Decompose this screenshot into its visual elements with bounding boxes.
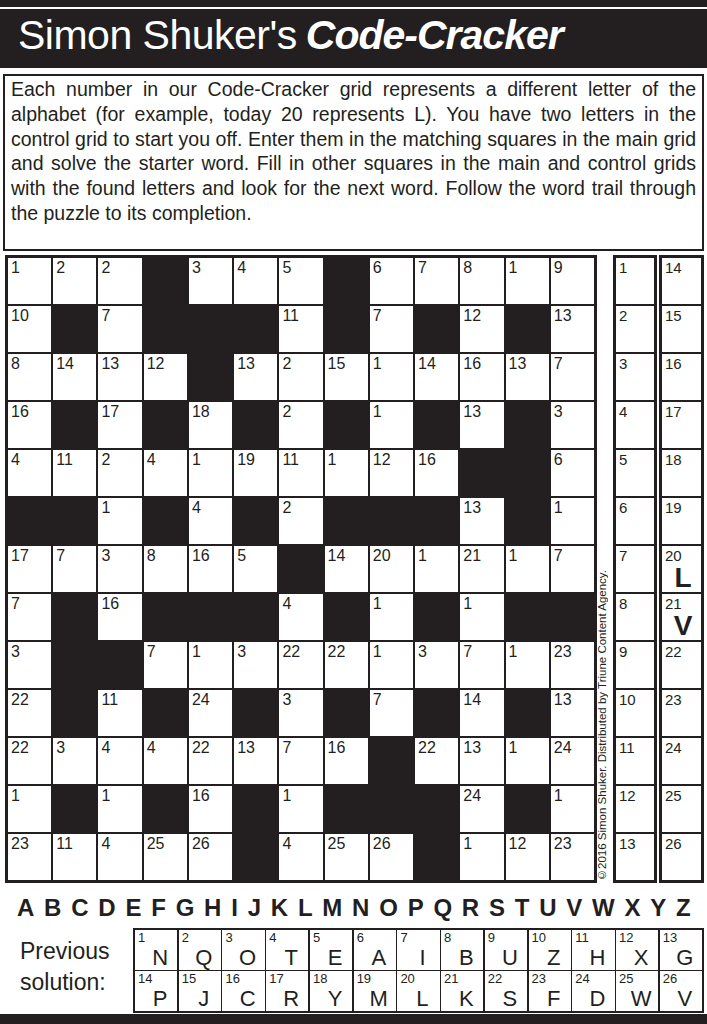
main-grid-cell-r3-c2[interactable]: 14 [53,354,96,400]
main-grid-cell-r10-c4 [144,690,187,736]
main-grid-cell-r8-c9[interactable]: 1 [370,594,413,640]
main-grid-cell-r12-c9 [370,786,413,832]
main-grid-cell-r2-c11[interactable]: 12 [460,306,503,352]
cell-number: 11 [282,450,299,469]
main-grid-cell-r10-c9[interactable]: 7 [370,690,413,736]
cell-number: 8 [11,354,20,373]
main-grid-cell-r3-c12[interactable]: 13 [506,354,549,400]
cell-number: 11 [56,450,73,469]
cell-number: 2 [182,930,189,945]
main-grid-cell-r4-c13[interactable]: 3 [551,402,594,448]
alphabet-letter-B: B [44,894,61,922]
cell-number: 19 [237,450,255,469]
main-grid-cell-r7-c8[interactable]: 14 [325,546,368,592]
cell-number: 15 [182,971,196,986]
cell-number: 1 [373,354,382,373]
main-grid-cell-r3-c11[interactable]: 16 [460,354,503,400]
cell-number: 13 [509,354,527,373]
main-grid-cell-r3-c1[interactable]: 8 [8,354,51,400]
previous-solution-label-line1: Previous [20,936,109,967]
main-grid-cell-r10-c1[interactable]: 22 [8,690,51,736]
cell-number: 17 [665,402,682,421]
cell-number: 22 [328,642,346,661]
control-grid-14-26: 14151617181920L21V2223242526 [659,255,704,883]
main-grid-cell-r1-c12[interactable]: 1 [506,258,549,304]
cell-number: 7 [11,594,20,613]
title-name: Code-Cracker [306,12,563,58]
cell-number: 7 [554,354,563,373]
control-cell-5[interactable]: 5 [616,450,654,496]
main-grid-cell-r9-c11[interactable]: 7 [460,642,503,688]
cell-number: 3 [418,642,427,661]
control-cell-12[interactable]: 12 [616,786,654,832]
previous-solution-cell-9: 9U [485,930,527,970]
main-grid-cell-r13-c4[interactable]: 25 [144,834,187,880]
main-grid-cell-r5-c5[interactable]: 1 [189,450,232,496]
cell-number: 1 [373,642,382,661]
main-grid-cell-r10-c7[interactable]: 3 [279,690,322,736]
main-grid-cell-r8-c1[interactable]: 7 [8,594,51,640]
previous-solution-grid: 1N2Q3O4T5E6A7I8B9U10Z11H12X13G14P15J16C1… [133,928,704,1013]
main-grid-cell-r11-c6[interactable]: 13 [234,738,277,784]
main-grid-cell-r7-c5[interactable]: 16 [189,546,232,592]
main-grid-cell-r2-c1[interactable]: 10 [8,306,51,352]
main-grid-cell-r9-c7[interactable]: 22 [279,642,322,688]
cell-number: 7 [463,642,472,661]
main-grid-cell-r6-c6 [234,498,277,544]
control-cell-1[interactable]: 1 [616,258,654,304]
main-grid-cell-r5-c4[interactable]: 4 [144,450,187,496]
main-grid-cell-r13-c7[interactable]: 4 [279,834,322,880]
cell-number: 11 [282,306,299,325]
main-grid-cell-r6-c5[interactable]: 4 [189,498,232,544]
control-cell-10[interactable]: 10 [616,690,654,736]
main-grid-cell-r12-c12 [506,786,549,832]
cell-number: 5 [313,930,320,945]
control-cell-3[interactable]: 3 [616,354,654,400]
main-grid-cell-r11-c7[interactable]: 7 [279,738,322,784]
main-grid-cell-r12-c13[interactable]: 1 [551,786,594,832]
main-grid-cell-r6-c7[interactable]: 2 [279,498,322,544]
main-grid-cell-r9-c4[interactable]: 7 [144,642,187,688]
control-cell-4[interactable]: 4 [616,402,654,448]
main-grid-cell-r10-c5[interactable]: 24 [189,690,232,736]
cell-number: 4 [282,834,291,853]
cell-number: 1 [463,594,472,613]
main-grid-cell-r1-c11[interactable]: 8 [460,258,503,304]
cell-number: 3 [192,258,201,277]
main-grid-cell-r5-c10[interactable]: 16 [415,450,458,496]
cell-number: 11 [101,690,118,709]
solution-letter-3: O [222,946,264,970]
main-grid-cell-r9-c6[interactable]: 3 [234,642,277,688]
main-grid-cell-r12-c11[interactable]: 24 [460,786,503,832]
solution-letter-10: Z [529,946,571,970]
main-grid-cell-r10-c2 [53,690,96,736]
main-grid-cell-r9-c10[interactable]: 3 [415,642,458,688]
main-grid-cell-r7-c10[interactable]: 1 [415,546,458,592]
control-cell-18[interactable]: 18 [662,450,701,496]
main-grid-cell-r1-c2[interactable]: 2 [53,258,96,304]
main-grid-cell-r6-c2 [53,498,96,544]
control-cell-14[interactable]: 14 [662,258,701,304]
main-grid-cell-r10-c3[interactable]: 11 [98,690,141,736]
main-grid-cell-r3-c8[interactable]: 15 [325,354,368,400]
main-grid-cell-r6-c4 [144,498,187,544]
alphabet-letter-W: W [592,894,615,922]
main-grid-cell-r9-c2 [53,642,96,688]
main-grid-cell-r10-c11[interactable]: 14 [460,690,503,736]
previous-solution-cell-6: 6A [354,930,396,970]
main-grid-cell-r7-c13[interactable]: 7 [551,546,594,592]
cell-number: 3 [56,738,65,757]
main-grid-cell-r9-c13[interactable]: 23 [551,642,594,688]
main-grid-cell-r3-c7[interactable]: 2 [279,354,322,400]
main-grid-cell-r7-c7 [279,546,322,592]
main-grid-cell-r7-c1[interactable]: 17 [8,546,51,592]
main-grid-cell-r1-c7[interactable]: 5 [279,258,322,304]
cell-number: 25 [619,971,633,986]
main-grid-cell-r12-c1[interactable]: 1 [8,786,51,832]
main-grid-cell-r9-c12[interactable]: 1 [506,642,549,688]
main-grid-cell-r1-c9[interactable]: 6 [370,258,413,304]
solution-letter-5: E [310,946,352,970]
control-cell-11[interactable]: 11 [616,738,654,784]
cell-number: 13 [101,354,119,373]
main-grid-cell-r8-c5 [189,594,232,640]
cell-number: 7 [56,546,65,565]
previous-solution-cell-3: 3O [222,930,264,970]
main-grid-cell-r2-c13[interactable]: 13 [551,306,594,352]
cell-number: 13 [463,402,481,421]
main-grid-cell-r5-c3[interactable]: 2 [98,450,141,496]
previous-solution-cell-1: 1N [135,930,177,970]
main-grid-cell-r9-c5[interactable]: 1 [189,642,232,688]
main-grid-cell-r11-c9 [370,738,413,784]
copyright-text: ©2016 Simon Shuker. Distributed by Triun… [596,255,612,881]
previous-solution-cell-2: 2Q [179,930,221,970]
solution-letter-25: W [616,987,658,1011]
main-grid-cell-r13-c12[interactable]: 12 [506,834,549,880]
cell-number: 22 [665,642,682,661]
main-grid-cell-r3-c9[interactable]: 1 [370,354,413,400]
main-grid-cell-r2-c9[interactable]: 7 [370,306,413,352]
control-cell-24[interactable]: 24 [662,738,701,784]
main-grid-cell-r11-c8[interactable]: 16 [325,738,368,784]
control-cell-8[interactable]: 8 [616,594,654,640]
cell-number: 5 [237,546,246,565]
cell-number: 4 [147,450,156,469]
solution-letter-23: F [529,987,571,1011]
main-grid-cell-r4-c2 [53,402,96,448]
cell-number: 16 [418,450,436,469]
main-grid-cell-r3-c4[interactable]: 12 [144,354,187,400]
control-cell-17[interactable]: 17 [662,402,701,448]
alphabet-letter-D: D [98,894,115,922]
cell-number: 6 [373,258,382,277]
main-grid-cell-r6-c11[interactable]: 13 [460,498,503,544]
main-grid-cell-r2-c8 [325,306,368,352]
main-grid-cell-r11-c3[interactable]: 4 [98,738,141,784]
solution-letter-15: J [179,987,221,1011]
main-grid-cell-r2-c3[interactable]: 7 [98,306,141,352]
main-grid-cell-r12-c7[interactable]: 1 [279,786,322,832]
control-cell-21[interactable]: 21V [662,594,701,640]
main-grid-cell-r4-c5[interactable]: 18 [189,402,232,448]
main-grid-cell-r2-c12 [506,306,549,352]
cell-number: 24 [575,971,589,986]
cell-number: 16 [11,402,29,421]
main-grid-cell-r12-c5[interactable]: 16 [189,786,232,832]
solution-letter-9: U [485,946,527,970]
previous-solution-cell-18: 18Y [310,971,352,1011]
main-grid-cell-r9-c9[interactable]: 1 [370,642,413,688]
solution-letter-12: X [616,946,658,970]
main-grid-cell-r5-c8[interactable]: 1 [325,450,368,496]
solution-letter-1: N [135,946,177,970]
main-grid-cell-r8-c4 [144,594,187,640]
previous-solution-cell-12: 12X [616,930,658,970]
previous-solution-label: Previous solution: [20,936,109,998]
main-grid-cell-r3-c6[interactable]: 13 [234,354,277,400]
main-grid-cell-r10-c6 [234,690,277,736]
control-cell-22[interactable]: 22 [662,642,701,688]
main-grid-cell-r7-c12[interactable]: 1 [506,546,549,592]
main-grid-cell-r13-c13[interactable]: 23 [551,834,594,880]
cell-number: 23 [554,642,572,661]
main-grid-cell-r8-c3[interactable]: 16 [98,594,141,640]
cell-number: 22 [192,738,210,757]
cell-number: 4 [192,498,201,517]
cell-number: 9 [554,258,563,277]
main-grid-cell-r12-c3[interactable]: 1 [98,786,141,832]
main-grid-cell-r4-c3[interactable]: 17 [98,402,141,448]
cell-number: 1 [418,546,427,565]
previous-solution-cell-20: 20L [397,971,439,1011]
cell-number: 25 [328,834,346,853]
cell-number: 26 [665,834,682,853]
main-grid-cell-r8-c11[interactable]: 1 [460,594,503,640]
main-grid-cell-r7-c4[interactable]: 8 [144,546,187,592]
cell-number: 23 [11,834,29,853]
cell-number: 20 [373,546,391,565]
main-grid-cell-r13-c5[interactable]: 26 [189,834,232,880]
cell-number: 11 [575,930,589,945]
main-grid-cell-r1-c3[interactable]: 2 [98,258,141,304]
main-grid-cell-r5-c11 [460,450,503,496]
cell-number: 23 [554,834,572,853]
cell-number: 1 [138,930,145,945]
main-grid-cell-r9-c3 [98,642,141,688]
cell-number: 13 [554,690,572,709]
cell-number: 22 [11,738,29,757]
alphabet-letter-Q: Q [433,894,452,922]
main-grid-cell-r12-c4 [144,786,187,832]
main-grid-cell-r13-c3[interactable]: 4 [98,834,141,880]
cell-number: 2 [282,402,291,421]
main-grid: 1223456781910711712138141312132151141613… [5,255,597,883]
previous-solution-cell-8: 8B [441,930,483,970]
main-grid-cell-r8-c8 [325,594,368,640]
main-grid-cell-r11-c4[interactable]: 4 [144,738,187,784]
control-cell-20[interactable]: 20L [662,546,701,592]
solution-letter-6: A [354,946,396,970]
solution-letter-7: I [397,946,439,970]
control-cell-25[interactable]: 25 [662,786,701,832]
control-cell-6[interactable]: 6 [616,498,654,544]
control-cell-19[interactable]: 19 [662,498,701,544]
main-grid-cell-r5-c7[interactable]: 11 [279,450,322,496]
main-grid-cell-r7-c9[interactable]: 20 [370,546,413,592]
main-grid-cell-r10-c13[interactable]: 13 [551,690,594,736]
cell-number: 4 [147,738,156,757]
main-grid-cell-r4-c8 [325,402,368,448]
cell-number: 17 [11,546,29,565]
main-grid-cell-r7-c3[interactable]: 3 [98,546,141,592]
main-grid-cell-r9-c8[interactable]: 22 [325,642,368,688]
main-grid-cell-r3-c3[interactable]: 13 [98,354,141,400]
cell-number: 14 [56,354,74,373]
main-grid-cell-r13-c11[interactable]: 1 [460,834,503,880]
main-grid-cell-r8-c13 [551,594,594,640]
main-grid-cell-r11-c11[interactable]: 13 [460,738,503,784]
main-grid-cell-r13-c1[interactable]: 23 [8,834,51,880]
main-grid-cell-r2-c4 [144,306,187,352]
cell-number: 14 [665,258,682,277]
main-grid-cell-r8-c7[interactable]: 4 [279,594,322,640]
cell-number: 22 [418,738,436,757]
cell-number: 23 [665,690,682,709]
main-grid-cell-r11-c10[interactable]: 22 [415,738,458,784]
cell-number: 1 [509,258,518,277]
control-cell-15[interactable]: 15 [662,306,701,352]
alphabet-letter-E: E [125,894,141,922]
main-grid-cell-r9-c1[interactable]: 3 [8,642,51,688]
main-grid-cell-r12-c2 [53,786,96,832]
cell-number: 1 [509,642,518,661]
previous-solution-cell-4: 4T [266,930,308,970]
main-grid-cell-r7-c2[interactable]: 7 [53,546,96,592]
main-grid-cell-r13-c9[interactable]: 26 [370,834,413,880]
main-grid-cell-r13-c2[interactable]: 11 [53,834,96,880]
previous-solution-cell-21: 21K [441,971,483,1011]
main-grid-cell-r4-c6 [234,402,277,448]
main-grid-cell-r6-c3[interactable]: 1 [98,498,141,544]
control-cell-23[interactable]: 23 [662,690,701,736]
previous-solution-cell-24: 24D [572,971,614,1011]
previous-solution-cell-15: 15J [179,971,221,1011]
solution-letter-8: B [441,946,483,970]
main-grid-cell-r12-c10 [415,786,458,832]
control-cell-9[interactable]: 9 [616,642,654,688]
main-grid-cell-r7-c6[interactable]: 5 [234,546,277,592]
banner-hairline [0,7,707,9]
control-cell-16[interactable]: 16 [662,354,701,400]
main-grid-cell-r5-c6[interactable]: 19 [234,450,277,496]
solution-letter-17: R [266,987,308,1011]
cell-number: 11 [56,834,73,853]
previous-solution-cell-11: 11H [572,930,614,970]
cell-number: 9 [488,930,495,945]
main-grid-cell-r3-c13[interactable]: 7 [551,354,594,400]
main-grid-cell-r2-c7[interactable]: 11 [279,306,322,352]
previous-solution-cell-16: 16C [222,971,264,1011]
main-grid-cell-r1-c13[interactable]: 9 [551,258,594,304]
main-grid-cell-r11-c13[interactable]: 24 [551,738,594,784]
alphabet-letter-L: L [298,894,313,922]
main-grid-cell-r11-c5[interactable]: 22 [189,738,232,784]
cell-number: 2 [282,498,291,517]
cell-number: 20 [400,971,414,986]
cell-number: 25 [147,834,165,853]
main-grid-cell-r11-c12[interactable]: 1 [506,738,549,784]
main-grid-cell-r1-c6[interactable]: 4 [234,258,277,304]
main-grid-cell-r1-c10[interactable]: 7 [415,258,458,304]
cell-number: 16 [192,786,210,805]
main-grid-cell-r1-c5[interactable]: 3 [189,258,232,304]
main-grid-cell-r4-c11[interactable]: 13 [460,402,503,448]
main-grid-cell-r4-c10 [415,402,458,448]
control-cell-26[interactable]: 26 [662,834,701,880]
control-letter-20: L [662,564,701,592]
cell-number: 21 [463,546,481,565]
main-grid-cell-r1-c1[interactable]: 1 [8,258,51,304]
cell-number: 21 [444,971,458,986]
main-grid-cell-r5-c2[interactable]: 11 [53,450,96,496]
cell-number: 1 [554,786,563,805]
cell-number: 10 [532,930,546,945]
cell-number: 1 [192,450,201,469]
main-grid-cell-r3-c5 [189,354,232,400]
cell-number: 3 [237,642,246,661]
main-grid-cell-r8-c10 [415,594,458,640]
cell-number: 6 [357,930,364,945]
main-grid-cell-r5-c1[interactable]: 4 [8,450,51,496]
cell-number: 13 [237,738,255,757]
main-grid-cell-r3-c10[interactable]: 14 [415,354,458,400]
cell-number: 7 [400,930,407,945]
main-grid-cell-r5-c9[interactable]: 12 [370,450,413,496]
cell-number: 1 [373,594,382,613]
cell-number: 4 [237,258,246,277]
cell-number: 18 [192,402,210,421]
alphabet-letter-H: H [204,894,221,922]
cell-number: 3 [282,690,291,709]
main-grid-cell-r4-c9[interactable]: 1 [370,402,413,448]
alphabet-letter-F: F [151,894,166,922]
main-grid-cell-r6-c13[interactable]: 1 [551,498,594,544]
control-cell-2[interactable]: 2 [616,306,654,352]
main-grid-cell-r4-c1[interactable]: 16 [8,402,51,448]
cell-number: 12 [463,306,481,325]
main-grid-cell-r11-c2[interactable]: 3 [53,738,96,784]
main-grid-cell-r5-c13[interactable]: 6 [551,450,594,496]
main-grid-cell-r11-c1[interactable]: 22 [8,738,51,784]
cell-number: 16 [328,738,346,757]
control-cell-13[interactable]: 13 [616,834,654,880]
main-grid-cell-r13-c8[interactable]: 25 [325,834,368,880]
control-cell-7[interactable]: 7 [616,546,654,592]
cell-number: 6 [554,450,563,469]
bottom-bar [0,1014,707,1024]
previous-solution-cell-14: 14P [135,971,177,1011]
cell-number: 16 [192,546,210,565]
main-grid-cell-r7-c11[interactable]: 21 [460,546,503,592]
alphabet-letter-I: I [231,894,238,922]
cell-number: 1 [373,402,382,421]
cell-number: 13 [619,834,636,853]
main-grid-cell-r4-c7[interactable]: 2 [279,402,322,448]
